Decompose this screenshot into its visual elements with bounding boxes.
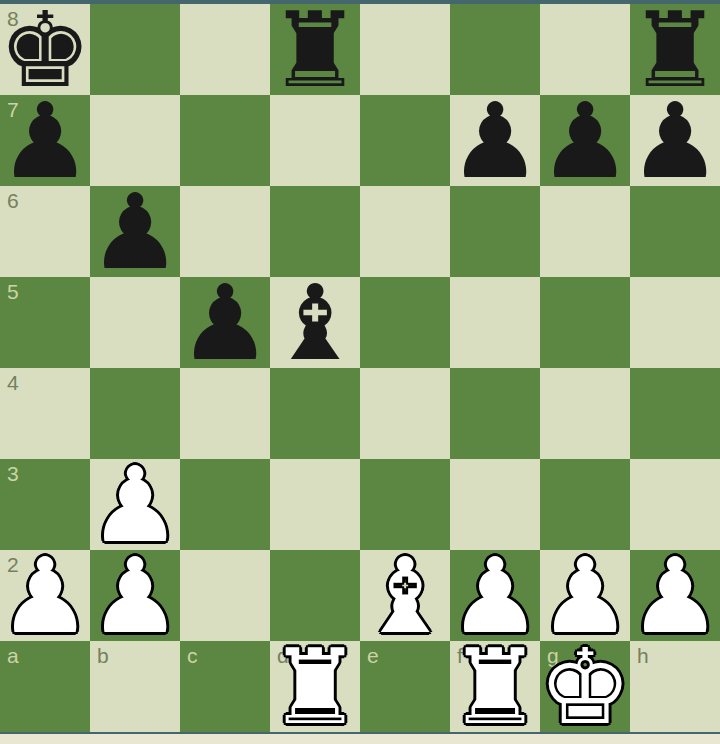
black-pawn[interactable]: ♟ bbox=[448, 96, 541, 187]
square-a7[interactable]: 7♟ bbox=[0, 95, 90, 186]
square-d1[interactable]: d♜ bbox=[270, 641, 360, 732]
square-g5[interactable] bbox=[540, 277, 630, 368]
square-a6[interactable]: 6 bbox=[0, 186, 90, 277]
black-pawn[interactable]: ♟ bbox=[88, 187, 181, 278]
square-b5[interactable] bbox=[90, 277, 180, 368]
square-g4[interactable] bbox=[540, 368, 630, 459]
square-a5[interactable]: 5 bbox=[0, 277, 90, 368]
white-rook[interactable]: ♜ bbox=[448, 642, 541, 733]
file-label-b: b bbox=[97, 645, 109, 666]
file-label-a: a bbox=[7, 645, 19, 666]
square-a2[interactable]: 2♟ bbox=[0, 550, 90, 641]
square-d5[interactable]: ♝ bbox=[270, 277, 360, 368]
white-bishop[interactable]: ♝ bbox=[358, 551, 451, 642]
file-label-c: c bbox=[187, 645, 198, 666]
file-label-h: h bbox=[637, 645, 649, 666]
white-pawn[interactable]: ♟ bbox=[628, 551, 720, 642]
square-e6[interactable] bbox=[360, 186, 450, 277]
square-f1[interactable]: f♜ bbox=[450, 641, 540, 732]
black-pawn[interactable]: ♟ bbox=[0, 96, 92, 187]
square-f5[interactable] bbox=[450, 277, 540, 368]
chess-app: 8♚♜♜7♟♟♟♟6♟5♟♝43♟2♟♟♝♟♟♟abcd♜ef♜g♚h bbox=[0, 0, 720, 744]
white-pawn[interactable]: ♟ bbox=[0, 551, 92, 642]
square-h2[interactable]: ♟ bbox=[630, 550, 720, 641]
square-h7[interactable]: ♟ bbox=[630, 95, 720, 186]
square-b8[interactable] bbox=[90, 4, 180, 95]
square-g1[interactable]: g♚ bbox=[540, 641, 630, 732]
square-g6[interactable] bbox=[540, 186, 630, 277]
square-f4[interactable] bbox=[450, 368, 540, 459]
square-d8[interactable]: ♜ bbox=[270, 4, 360, 95]
rank-label-6: 6 bbox=[7, 190, 19, 211]
rank-label-3: 3 bbox=[7, 463, 19, 484]
square-d7[interactable] bbox=[270, 95, 360, 186]
square-c8[interactable] bbox=[180, 4, 270, 95]
square-e8[interactable] bbox=[360, 4, 450, 95]
black-bishop[interactable]: ♝ bbox=[268, 278, 361, 369]
square-b6[interactable]: ♟ bbox=[90, 186, 180, 277]
white-rook[interactable]: ♜ bbox=[268, 642, 361, 733]
file-label-e: e bbox=[367, 645, 379, 666]
square-d4[interactable] bbox=[270, 368, 360, 459]
square-c4[interactable] bbox=[180, 368, 270, 459]
square-c2[interactable] bbox=[180, 550, 270, 641]
white-king[interactable]: ♚ bbox=[538, 642, 631, 733]
square-c5[interactable]: ♟ bbox=[180, 277, 270, 368]
square-e2[interactable]: ♝ bbox=[360, 550, 450, 641]
square-h4[interactable] bbox=[630, 368, 720, 459]
square-h1[interactable]: h bbox=[630, 641, 720, 732]
square-b2[interactable]: ♟ bbox=[90, 550, 180, 641]
square-c7[interactable] bbox=[180, 95, 270, 186]
square-a4[interactable]: 4 bbox=[0, 368, 90, 459]
square-e7[interactable] bbox=[360, 95, 450, 186]
square-c1[interactable]: c bbox=[180, 641, 270, 732]
square-c3[interactable] bbox=[180, 459, 270, 550]
square-h6[interactable] bbox=[630, 186, 720, 277]
square-e5[interactable] bbox=[360, 277, 450, 368]
square-f6[interactable] bbox=[450, 186, 540, 277]
square-g7[interactable]: ♟ bbox=[540, 95, 630, 186]
square-e4[interactable] bbox=[360, 368, 450, 459]
square-f7[interactable]: ♟ bbox=[450, 95, 540, 186]
square-e1[interactable]: e bbox=[360, 641, 450, 732]
chess-board: 8♚♜♜7♟♟♟♟6♟5♟♝43♟2♟♟♝♟♟♟abcd♜ef♜g♚h bbox=[0, 4, 720, 732]
square-d3[interactable] bbox=[270, 459, 360, 550]
square-h5[interactable] bbox=[630, 277, 720, 368]
rank-label-5: 5 bbox=[7, 281, 19, 302]
rank-label-4: 4 bbox=[7, 372, 19, 393]
black-pawn[interactable]: ♟ bbox=[178, 278, 271, 369]
black-pawn[interactable]: ♟ bbox=[628, 96, 720, 187]
black-rook[interactable]: ♜ bbox=[268, 5, 361, 96]
square-b1[interactable]: b bbox=[90, 641, 180, 732]
square-a1[interactable]: a bbox=[0, 641, 90, 732]
black-pawn[interactable]: ♟ bbox=[538, 96, 631, 187]
white-pawn[interactable]: ♟ bbox=[88, 551, 181, 642]
